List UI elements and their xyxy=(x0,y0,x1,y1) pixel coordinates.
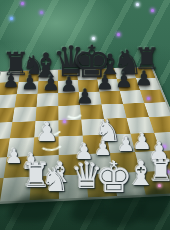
black-pawn-a7[interactable]: ♟ xyxy=(2,71,19,90)
white-pawn-f2[interactable]: ♟ xyxy=(117,134,135,154)
square-h6[interactable] xyxy=(140,89,165,102)
white-pawn-c3[interactable]: ♟ xyxy=(35,119,58,145)
square-b6[interactable] xyxy=(15,93,38,107)
black-pawn-c7[interactable]: ♟ xyxy=(42,73,60,93)
black-pawn-g7[interactable]: ♟ xyxy=(115,70,133,90)
square-b5[interactable] xyxy=(12,107,36,122)
black-pawn-h7[interactable]: ♟ xyxy=(135,68,153,88)
black-pawn-b7[interactable]: ♟ xyxy=(21,72,39,92)
black-pawn-f7[interactable]: ♟ xyxy=(96,72,114,92)
square-b4[interactable] xyxy=(10,121,36,138)
chess-game-scene: ♜♞♝♛♚♝♞♜♟♟♟♟♟♟♟♟♟♞♟♟♟♟♟♟♟♜♞♝♛♚♝♜ xyxy=(0,0,170,230)
black-pawn-e6[interactable]: ♟ xyxy=(76,86,94,106)
white-king-e1[interactable]: ♚ xyxy=(95,157,133,199)
square-h5[interactable] xyxy=(144,102,170,117)
square-d4[interactable] xyxy=(58,120,82,137)
white-knight-b1[interactable]: ♞ xyxy=(41,164,70,196)
